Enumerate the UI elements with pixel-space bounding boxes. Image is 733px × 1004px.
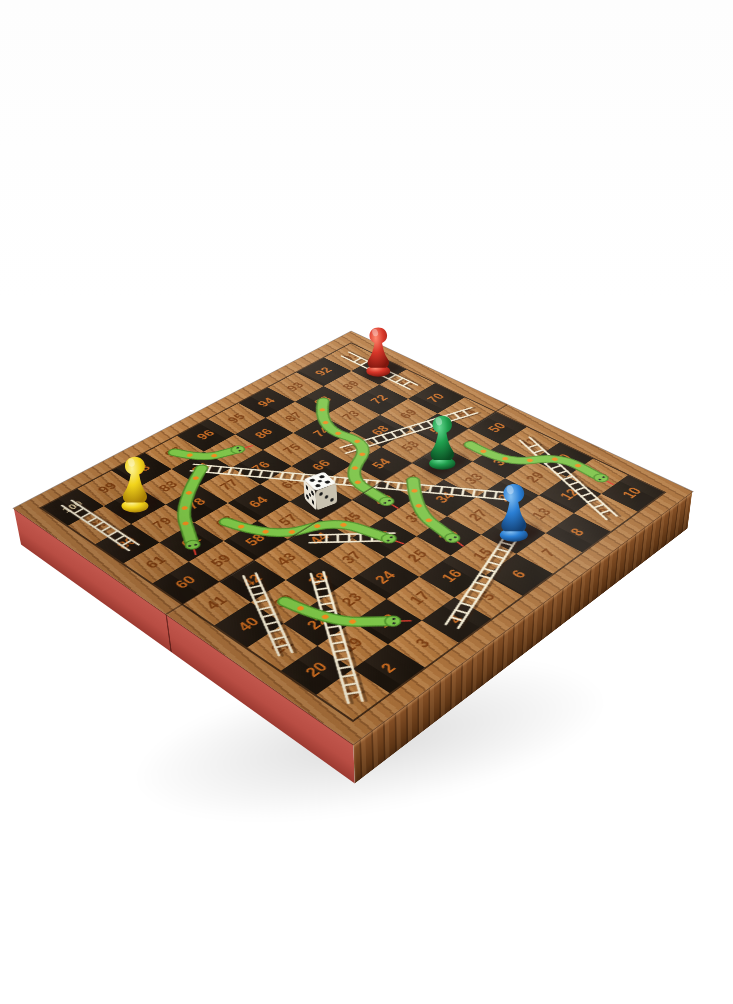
- product-photo: 1009998979695949392918182838485868788899…: [0, 0, 733, 1004]
- pieces-layer: [0, 0, 733, 1004]
- red-pawn[interactable]: [358, 325, 399, 378]
- green-pawn[interactable]: [420, 413, 465, 471]
- blue-pawn[interactable]: [490, 481, 538, 543]
- yellow-pawn[interactable]: [112, 454, 158, 514]
